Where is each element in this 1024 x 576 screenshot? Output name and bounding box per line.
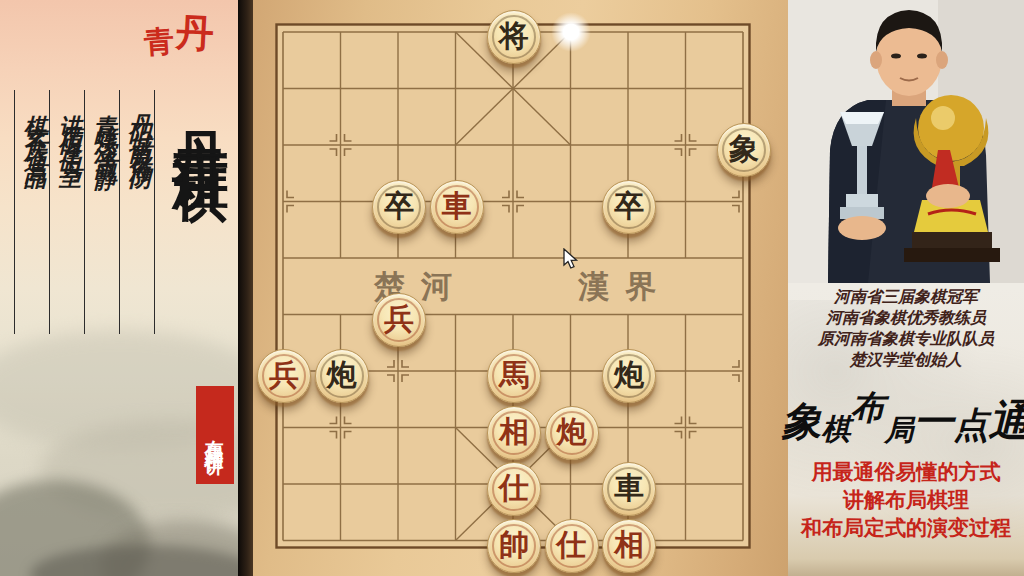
xiangqi-piece-black-卒[interactable]: 卒 — [602, 180, 656, 234]
program-slogans: 用最通俗易懂的方式 讲解布局棋理 和布局定式的演变过程 — [782, 458, 1024, 542]
poem-line-3: 讲席旧逢山鸟至 — [52, 97, 86, 347]
poem-line-1: 丹阳城南秋海阴 — [122, 97, 156, 347]
piece-character: 将 — [499, 21, 529, 51]
piece-character: 炮 — [557, 417, 587, 447]
last-move-highlight — [551, 12, 591, 52]
piece-character: 車 — [614, 473, 644, 503]
credential-line: 楚汉学堂创始人 — [788, 349, 1024, 370]
xiangqi-piece-black-将[interactable]: 将 — [487, 10, 541, 64]
piece-character: 帥 — [499, 530, 529, 560]
xiangqi-piece-red-炮[interactable]: 炮 — [545, 406, 599, 460]
piece-character: 兵 — [269, 360, 299, 390]
xiangqi-piece-red-仕[interactable]: 仕 — [487, 462, 541, 516]
red-seal-logo: 青 丹 — [140, 8, 214, 74]
xiangqi-piece-red-兵[interactable]: 兵 — [372, 293, 426, 347]
xiangqi-piece-black-車[interactable]: 車 — [602, 462, 656, 516]
panel-divider — [238, 0, 253, 576]
xiangqi-piece-black-象[interactable]: 象 — [717, 123, 771, 177]
xiangqi-piece-red-兵[interactable]: 兵 — [257, 349, 311, 403]
program-title: 象 棋 布 局 一 点 通 — [788, 388, 1024, 454]
piece-character: 馬 — [499, 360, 529, 390]
xiangqi-board-pieces: 将象卒車卒兵兵炮馬炮相炮仕車帥仕相 — [253, 0, 788, 576]
xiangqi-piece-red-相[interactable]: 相 — [487, 406, 541, 460]
xiangqi-piece-red-仕[interactable]: 仕 — [545, 519, 599, 573]
xiangqi-piece-red-帥[interactable]: 帥 — [487, 519, 541, 573]
piece-character: 兵 — [384, 304, 414, 334]
column-divider — [14, 90, 15, 334]
piece-character: 相 — [499, 417, 529, 447]
stream-frame: 青 丹 丹阳城南秋海阴 青嶂浅深当雨静 讲席旧逢山鸟至 棋玄不厌通高品 丹青讲棋… — [0, 0, 1024, 576]
right-presenter-panel: 河南省三届象棋冠军 河南省象棋优秀教练员 原河南省象棋专业队队员 楚汉学堂创始人… — [788, 0, 1024, 576]
program-title-char: 局 — [885, 411, 914, 451]
piece-character: 卒 — [384, 191, 414, 221]
piece-character: 卒 — [614, 191, 644, 221]
xiangqi-piece-red-相[interactable]: 相 — [602, 519, 656, 573]
program-title-char: 布 — [851, 385, 885, 431]
poem-line-4: 棋玄不厌通高品 — [17, 97, 51, 347]
program-title-char: 一 — [914, 394, 954, 449]
presenter-photo-drawing — [788, 0, 1024, 283]
slogan-line: 讲解布局棋理 — [782, 486, 1024, 514]
program-title-char: 通 — [989, 393, 1024, 449]
credential-line: 河南省三届象棋冠军 — [788, 286, 1024, 307]
series-badge: 布局精讲 — [196, 386, 234, 484]
seal-char-right: 丹 — [175, 7, 216, 60]
piece-character: 仕 — [557, 530, 587, 560]
xiangqi-piece-black-炮[interactable]: 炮 — [315, 349, 369, 403]
xiangqi-piece-red-車[interactable]: 車 — [430, 180, 484, 234]
slogan-line: 和布局定式的演变过程 — [782, 514, 1024, 542]
slogan-line: 用最通俗易懂的方式 — [782, 458, 1024, 486]
seal-char-left: 青 — [143, 21, 176, 64]
mouse-cursor — [562, 248, 582, 270]
credential-line: 河南省象棋优秀教练员 — [788, 307, 1024, 328]
piece-character: 相 — [614, 530, 644, 560]
presenter-photo — [788, 0, 1024, 283]
piece-character: 炮 — [614, 360, 644, 390]
xiangqi-piece-black-炮[interactable]: 炮 — [602, 349, 656, 403]
xiangqi-board[interactable]: 楚河漢界 将象卒車卒兵兵炮馬炮相炮仕車帥仕相 — [253, 0, 788, 576]
program-title-char: 点 — [954, 402, 989, 449]
credential-line: 原河南省象棋专业队队员 — [788, 328, 1024, 349]
piece-character: 車 — [442, 191, 472, 221]
left-banner-panel: 青 丹 丹阳城南秋海阴 青嶂浅深当雨静 讲席旧逢山鸟至 棋玄不厌通高品 丹青讲棋… — [0, 0, 238, 576]
poem-line-2: 青嶂浅深当雨静 — [87, 97, 121, 347]
xiangqi-piece-black-卒[interactable]: 卒 — [372, 180, 426, 234]
piece-character: 象 — [729, 134, 759, 164]
program-title-char: 棋 — [822, 410, 851, 450]
piece-character: 炮 — [327, 360, 357, 390]
channel-title: 丹青讲棋 — [166, 86, 238, 396]
program-title-char: 象 — [782, 394, 822, 449]
presenter-credentials: 河南省三届象棋冠军 河南省象棋优秀教练员 原河南省象棋专业队队员 楚汉学堂创始人 — [788, 286, 1024, 370]
piece-character: 仕 — [499, 473, 529, 503]
xiangqi-piece-red-馬[interactable]: 馬 — [487, 349, 541, 403]
